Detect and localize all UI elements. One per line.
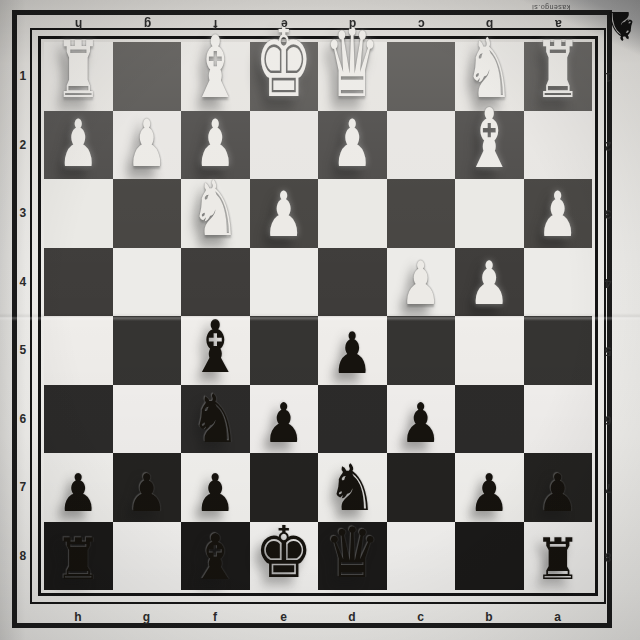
square-d4[interactable] (318, 248, 387, 317)
piece-black-rook-h8[interactable]: ♜ (44, 522, 113, 591)
square-a1[interactable]: ♜ (524, 42, 593, 111)
pawn-glyph: ♟ (264, 398, 304, 454)
pawn-glyph: ♟ (469, 256, 509, 317)
square-h8[interactable]: ♜ (44, 522, 113, 591)
square-a2[interactable] (524, 111, 593, 180)
square-e5[interactable] (250, 316, 319, 385)
king-glyph: ♚ (255, 519, 313, 590)
square-e3[interactable]: ♟ (250, 179, 319, 248)
file-labels-bottom-h: h (44, 607, 113, 627)
square-b8[interactable] (455, 522, 524, 591)
pawn-glyph: ♟ (195, 469, 235, 522)
file-labels-bottom-a: a (524, 607, 593, 627)
piece-black-knight-f6[interactable]: ♞ (181, 385, 250, 454)
rook-glyph: ♜ (55, 533, 102, 591)
piece-white-rook-a1[interactable]: ♜ (524, 42, 593, 111)
square-a5[interactable] (524, 316, 593, 385)
piece-black-pawn-d5[interactable]: ♟ (318, 316, 387, 385)
square-c7[interactable] (387, 453, 456, 522)
rank-labels-right-8: 8 (598, 522, 618, 591)
pawn-glyph: ♟ (401, 398, 441, 454)
piece-black-rook-a8[interactable]: ♜ (524, 522, 593, 591)
rank-labels-left-4: 4 (13, 248, 33, 317)
rank-labels-left-3: 3 (13, 179, 33, 248)
piece-white-pawn-d2[interactable]: ♟ (318, 111, 387, 180)
square-g7[interactable]: ♟ (113, 453, 182, 522)
pawn-glyph: ♟ (127, 469, 167, 522)
file-labels-bottom-e: e (250, 607, 319, 627)
file-labels-top-b: b (455, 14, 524, 34)
pawn-glyph: ♟ (332, 115, 372, 181)
square-a4[interactable] (524, 248, 593, 317)
rank-labels-right-4: 4 (598, 248, 618, 317)
rank-labels-right-6: 6 (598, 385, 618, 454)
square-e4[interactable] (250, 248, 319, 317)
square-a6[interactable] (524, 385, 593, 454)
square-g1[interactable] (113, 42, 182, 111)
square-g2[interactable]: ♟ (113, 111, 182, 180)
branding-text: kasengo.si (512, 1, 590, 11)
pawn-glyph: ♟ (538, 469, 578, 522)
square-h6[interactable] (44, 385, 113, 454)
square-c5[interactable] (387, 316, 456, 385)
piece-black-king-e8[interactable]: ♚ (250, 522, 319, 591)
knight-logo-icon: ♞ (602, 0, 640, 52)
rank-labels-right: 12345678 (598, 42, 618, 590)
square-d3[interactable] (318, 179, 387, 248)
piece-black-pawn-c6[interactable]: ♟ (387, 385, 456, 454)
file-labels-bottom-b: b (455, 607, 524, 627)
rank-labels-right-7: 7 (598, 453, 618, 522)
square-d2[interactable]: ♟ (318, 111, 387, 180)
rank-labels-right-1: 1 (598, 42, 618, 111)
pawn-glyph: ♟ (127, 115, 167, 181)
rook-glyph: ♜ (534, 533, 581, 591)
knight-glyph: ♞ (191, 173, 240, 250)
file-labels-top-d: d (318, 14, 387, 34)
piece-white-bishop-b2[interactable]: ♝ (455, 111, 524, 180)
board: ♜♝♚♛♞♜♟♟♟♟♝♞♟♟♟♟♝♟♞♟♟♟♟♟♞♟♟♜♝♚♛♜ (44, 42, 592, 590)
square-h2[interactable]: ♟ (44, 111, 113, 180)
piece-white-pawn-h2[interactable]: ♟ (44, 111, 113, 180)
square-c3[interactable] (387, 179, 456, 248)
piece-black-knight-d7[interactable]: ♞ (318, 453, 387, 522)
piece-black-pawn-f7[interactable]: ♟ (181, 453, 250, 522)
photo-scene: hgfedcba hgfedcba 12345678 12345678 ♜♝♚♛… (0, 0, 640, 640)
square-d6[interactable] (318, 385, 387, 454)
square-h7[interactable]: ♟ (44, 453, 113, 522)
file-labels-top: hgfedcba (44, 14, 592, 34)
square-h5[interactable] (44, 316, 113, 385)
square-h3[interactable] (44, 179, 113, 248)
piece-black-pawn-b7[interactable]: ♟ (455, 453, 524, 522)
pawn-glyph: ♟ (332, 327, 372, 385)
square-f8[interactable]: ♝ (181, 522, 250, 591)
bishop-glyph: ♝ (190, 27, 241, 113)
bishop-glyph: ♝ (190, 528, 241, 591)
pawn-glyph: ♟ (538, 186, 578, 249)
square-d1[interactable]: ♛ (318, 42, 387, 111)
piece-white-rook-h1[interactable]: ♜ (44, 42, 113, 111)
square-c8[interactable] (387, 522, 456, 591)
rank-labels-left-8: 8 (13, 522, 33, 591)
piece-white-bishop-f1[interactable]: ♝ (181, 42, 250, 111)
rank-labels-right-3: 3 (598, 179, 618, 248)
piece-black-pawn-h7[interactable]: ♟ (44, 453, 113, 522)
square-c1[interactable] (387, 42, 456, 111)
rank-labels-right-5: 5 (598, 316, 618, 385)
file-labels-bottom: hgfedcba (44, 607, 592, 627)
file-labels-top-h: h (44, 14, 113, 34)
square-g6[interactable] (113, 385, 182, 454)
piece-white-pawn-b4[interactable]: ♟ (455, 248, 524, 317)
square-g3[interactable] (113, 179, 182, 248)
piece-white-king-e1[interactable]: ♚ (250, 42, 319, 111)
square-d7[interactable]: ♞ (318, 453, 387, 522)
piece-white-pawn-a3[interactable]: ♟ (524, 179, 593, 248)
square-h1[interactable]: ♜ (44, 42, 113, 111)
knight-glyph: ♞ (191, 387, 240, 454)
square-b7[interactable]: ♟ (455, 453, 524, 522)
file-labels-bottom-g: g (113, 607, 182, 627)
file-labels-top-e: e (250, 14, 319, 34)
square-b3[interactable] (455, 179, 524, 248)
square-g8[interactable] (113, 522, 182, 591)
file-labels-bottom-f: f (181, 607, 250, 627)
file-labels-bottom-d: d (318, 607, 387, 627)
rank-labels-left-2: 2 (13, 111, 33, 180)
square-c6[interactable]: ♟ (387, 385, 456, 454)
rank-labels-left-6: 6 (13, 385, 33, 454)
rook-glyph: ♜ (534, 34, 581, 113)
pawn-glyph: ♟ (58, 469, 98, 522)
square-d5[interactable]: ♟ (318, 316, 387, 385)
piece-white-knight-f3[interactable]: ♞ (181, 179, 250, 248)
square-a7[interactable]: ♟ (524, 453, 593, 522)
square-f7[interactable]: ♟ (181, 453, 250, 522)
rook-glyph: ♜ (55, 34, 102, 113)
pawn-glyph: ♟ (469, 469, 509, 522)
piece-white-pawn-c4[interactable]: ♟ (387, 248, 456, 317)
piece-black-pawn-a7[interactable]: ♟ (524, 453, 593, 522)
square-b5[interactable] (455, 316, 524, 385)
square-d8[interactable]: ♛ (318, 522, 387, 591)
square-b6[interactable] (455, 385, 524, 454)
bishop-glyph: ♝ (190, 313, 241, 386)
piece-white-pawn-g2[interactable]: ♟ (113, 111, 182, 180)
piece-black-pawn-g7[interactable]: ♟ (113, 453, 182, 522)
square-f1[interactable]: ♝ (181, 42, 250, 111)
file-labels-top-c: c (387, 14, 456, 34)
square-g4[interactable] (113, 248, 182, 317)
square-c2[interactable] (387, 111, 456, 180)
file-labels-bottom-c: c (387, 607, 456, 627)
rank-labels-left-7: 7 (13, 453, 33, 522)
queen-glyph: ♛ (324, 521, 380, 590)
piece-white-queen-d1[interactable]: ♛ (318, 42, 387, 111)
square-b4[interactable]: ♟ (455, 248, 524, 317)
square-c4[interactable]: ♟ (387, 248, 456, 317)
square-f5[interactable]: ♝ (181, 316, 250, 385)
bishop-glyph: ♝ (464, 99, 515, 181)
square-e1[interactable]: ♚ (250, 42, 319, 111)
pawn-glyph: ♟ (401, 256, 441, 317)
piece-black-bishop-f8[interactable]: ♝ (181, 522, 250, 591)
square-e8[interactable]: ♚ (250, 522, 319, 591)
square-a3[interactable]: ♟ (524, 179, 593, 248)
piece-black-pawn-e6[interactable]: ♟ (250, 385, 319, 454)
square-b2[interactable]: ♝ (455, 111, 524, 180)
square-g5[interactable] (113, 316, 182, 385)
pawn-glyph: ♟ (58, 115, 98, 181)
rank-labels-right-2: 2 (598, 111, 618, 180)
square-e2[interactable] (250, 111, 319, 180)
pawn-glyph: ♟ (264, 186, 304, 249)
file-labels-top-g: g (113, 14, 182, 34)
piece-white-pawn-e3[interactable]: ♟ (250, 179, 319, 248)
rank-labels-left-1: 1 (13, 42, 33, 111)
rank-labels-left-5: 5 (13, 316, 33, 385)
file-labels-top-f: f (181, 14, 250, 34)
square-e6[interactable]: ♟ (250, 385, 319, 454)
square-f3[interactable]: ♞ (181, 179, 250, 248)
square-a8[interactable]: ♜ (524, 522, 593, 591)
file-labels-top-a: a (524, 14, 593, 34)
piece-black-bishop-f5[interactable]: ♝ (181, 316, 250, 385)
rank-labels-left: 12345678 (13, 42, 33, 590)
piece-black-queen-d8[interactable]: ♛ (318, 522, 387, 591)
square-h4[interactable] (44, 248, 113, 317)
square-f6[interactable]: ♞ (181, 385, 250, 454)
